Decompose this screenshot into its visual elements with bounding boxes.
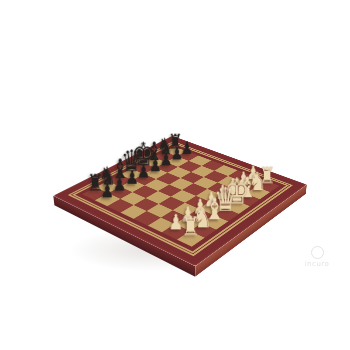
watermark-text: incuro	[295, 260, 339, 268]
watermark-logo-icon	[311, 246, 324, 259]
watermark: incuro	[295, 246, 339, 268]
product-photo-stage: ♜♞♝♛♚♝♞♜♟♟♟♟♟♟♟♟♟♟♟♟♟♟♟♟♜♞♝♛♚♝♞♜ incuro	[0, 0, 350, 350]
white-rook-glyph: ♜	[163, 214, 217, 240]
black-pawn-glyph: ♟	[83, 181, 132, 200]
